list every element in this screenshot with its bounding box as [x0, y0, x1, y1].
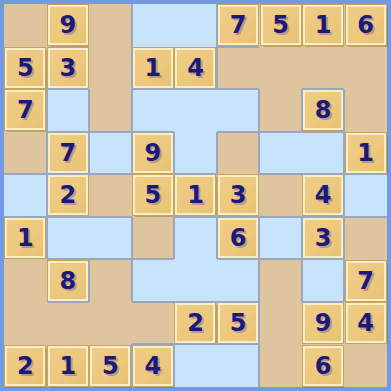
- number-tile-1[interactable]: 1: [303, 5, 343, 45]
- tile-digit: 6: [230, 226, 247, 250]
- cell-r2c3[interactable]: [132, 89, 175, 132]
- cell-r8c1[interactable]: 1: [47, 344, 90, 387]
- cell-r8c2[interactable]: 5: [89, 344, 132, 387]
- cell-r6c0[interactable]: [4, 259, 47, 302]
- number-tile-1[interactable]: 1: [133, 48, 173, 88]
- number-tile-7[interactable]: 7: [218, 5, 258, 45]
- cell-r3c2[interactable]: [89, 132, 132, 175]
- cell-r1c1[interactable]: 3: [47, 47, 90, 90]
- cell-r2c6[interactable]: [259, 89, 302, 132]
- cell-r0c4[interactable]: [174, 4, 217, 47]
- number-tile-5[interactable]: 5: [218, 303, 258, 343]
- cell-r5c0[interactable]: 1: [4, 217, 47, 260]
- cell-r0c5[interactable]: 7: [217, 4, 260, 47]
- tile-digit: 9: [59, 13, 76, 37]
- cell-r6c4[interactable]: [174, 259, 217, 302]
- tile-digit: 5: [145, 183, 162, 207]
- tile-digit: 7: [59, 141, 76, 165]
- cell-r2c2[interactable]: [89, 89, 132, 132]
- cell-r7c0[interactable]: [4, 302, 47, 345]
- cell-r0c0[interactable]: [4, 4, 47, 47]
- tile-digit: 1: [59, 354, 76, 378]
- cell-r2c0[interactable]: 7: [4, 89, 47, 132]
- number-tile-2[interactable]: 2: [5, 346, 45, 386]
- number-tile-4[interactable]: 4: [175, 48, 215, 88]
- number-tile-1[interactable]: 1: [346, 133, 386, 173]
- cell-r7c2[interactable]: [89, 302, 132, 345]
- cell-r4c7[interactable]: 4: [302, 174, 345, 217]
- cell-r5c3[interactable]: [132, 217, 175, 260]
- tile-digit: 6: [315, 354, 332, 378]
- number-tile-5[interactable]: 5: [261, 5, 301, 45]
- cell-r1c2[interactable]: [89, 47, 132, 90]
- cell-r1c8[interactable]: [344, 47, 387, 90]
- number-tile-1[interactable]: 1: [5, 218, 45, 258]
- tile-digit: 1: [315, 13, 332, 37]
- cell-r1c6[interactable]: [259, 47, 302, 90]
- cell-r0c2[interactable]: [89, 4, 132, 47]
- tile-digit: 5: [102, 354, 119, 378]
- number-tile-4[interactable]: 4: [133, 346, 173, 386]
- cell-r4c0[interactable]: [4, 174, 47, 217]
- tile-digit: 2: [17, 354, 34, 378]
- cell-r4c8[interactable]: [344, 174, 387, 217]
- cell-r7c7[interactable]: 9: [302, 302, 345, 345]
- tile-digit: 7: [230, 13, 247, 37]
- tile-digit: 7: [17, 98, 34, 122]
- cell-r4c2[interactable]: [89, 174, 132, 217]
- tile-digit: 3: [59, 56, 76, 80]
- tile-digit: 5: [230, 311, 247, 335]
- cell-r5c5[interactable]: 6: [217, 217, 260, 260]
- tile-digit: 8: [59, 269, 76, 293]
- number-tile-8[interactable]: 8: [48, 261, 88, 301]
- cell-r5c2[interactable]: [89, 217, 132, 260]
- tile-digit: 1: [187, 183, 204, 207]
- cell-r0c7[interactable]: 1: [302, 4, 345, 47]
- number-tile-2[interactable]: 2: [175, 303, 215, 343]
- number-tile-3[interactable]: 3: [218, 175, 258, 215]
- number-tile-5[interactable]: 5: [90, 346, 130, 386]
- number-tile-3[interactable]: 3: [48, 48, 88, 88]
- tile-digit: 9: [145, 141, 162, 165]
- cell-r6c6[interactable]: [259, 259, 302, 302]
- cell-r0c3[interactable]: [132, 4, 175, 47]
- cell-r8c0[interactable]: 2: [4, 344, 47, 387]
- cell-r4c5[interactable]: 3: [217, 174, 260, 217]
- cell-r6c8[interactable]: 7: [344, 259, 387, 302]
- tile-digit: 9: [315, 311, 332, 335]
- cell-r7c8[interactable]: 4: [344, 302, 387, 345]
- number-tile-5[interactable]: 5: [5, 48, 45, 88]
- cell-r0c1[interactable]: 9: [47, 4, 90, 47]
- number-tile-7[interactable]: 7: [48, 133, 88, 173]
- number-tile-3[interactable]: 3: [303, 218, 343, 258]
- cell-r7c6[interactable]: [259, 302, 302, 345]
- cell-r7c1[interactable]: [47, 302, 90, 345]
- cell-r2c7[interactable]: 8: [302, 89, 345, 132]
- cell-r4c4[interactable]: 1: [174, 174, 217, 217]
- cell-r5c4[interactable]: [174, 217, 217, 260]
- cell-r8c4[interactable]: [174, 344, 217, 387]
- cell-r2c1[interactable]: [47, 89, 90, 132]
- number-tile-4[interactable]: 4: [303, 175, 343, 215]
- cell-r4c3[interactable]: 5: [132, 174, 175, 217]
- number-tile-1[interactable]: 1: [48, 346, 88, 386]
- number-tile-1[interactable]: 1: [175, 175, 215, 215]
- cell-r8c3[interactable]: 4: [132, 344, 175, 387]
- number-tile-6[interactable]: 6: [303, 346, 343, 386]
- cell-r3c5[interactable]: [217, 132, 260, 175]
- tile-digit: 2: [59, 183, 76, 207]
- tile-digit: 1: [17, 226, 34, 250]
- number-tile-2[interactable]: 2: [48, 175, 88, 215]
- tile-digit: 3: [230, 183, 247, 207]
- puzzle-board: 975165314787912513416387259421546: [4, 4, 387, 387]
- cell-r7c5[interactable]: 5: [217, 302, 260, 345]
- tile-digit: 5: [272, 13, 289, 37]
- number-tile-9[interactable]: 9: [303, 303, 343, 343]
- tile-digit: 8: [315, 98, 332, 122]
- tile-digit: 4: [315, 183, 332, 207]
- tile-digit: 1: [357, 141, 374, 165]
- cell-r3c1[interactable]: 7: [47, 132, 90, 175]
- cell-r6c2[interactable]: [89, 259, 132, 302]
- number-tile-5[interactable]: 5: [133, 175, 173, 215]
- cell-r0c6[interactable]: 5: [259, 4, 302, 47]
- cell-r2c8[interactable]: [344, 89, 387, 132]
- number-tile-6[interactable]: 6: [218, 218, 258, 258]
- cell-r7c3[interactable]: [132, 302, 175, 345]
- tile-digit: 1: [145, 56, 162, 80]
- cell-r6c1[interactable]: 8: [47, 259, 90, 302]
- number-tile-9[interactable]: 9: [48, 5, 88, 45]
- number-tile-6[interactable]: 6: [346, 5, 386, 45]
- puzzle-window: 975165314787912513416387259421546: [0, 0, 391, 391]
- cell-r8c6[interactable]: [259, 344, 302, 387]
- cell-r8c5[interactable]: [217, 344, 260, 387]
- cell-r5c6[interactable]: [259, 217, 302, 260]
- cell-r5c1[interactable]: [47, 217, 90, 260]
- cell-r6c5[interactable]: [217, 259, 260, 302]
- cell-r8c7[interactable]: 6: [302, 344, 345, 387]
- cell-r5c7[interactable]: 3: [302, 217, 345, 260]
- cell-r4c6[interactable]: [259, 174, 302, 217]
- cell-r3c4[interactable]: [174, 132, 217, 175]
- tile-digit: 4: [145, 354, 162, 378]
- cell-r1c4[interactable]: 4: [174, 47, 217, 90]
- tile-digit: 7: [357, 269, 374, 293]
- cell-r3c6[interactable]: [259, 132, 302, 175]
- cell-r1c3[interactable]: 1: [132, 47, 175, 90]
- tile-digit: 6: [357, 13, 374, 37]
- cell-r6c7[interactable]: [302, 259, 345, 302]
- number-tile-9[interactable]: 9: [133, 133, 173, 173]
- tile-digit: 4: [187, 56, 204, 80]
- cell-r2c4[interactable]: [174, 89, 217, 132]
- cell-r3c3[interactable]: 9: [132, 132, 175, 175]
- tile-digit: 3: [315, 226, 332, 250]
- cell-r2c5[interactable]: [217, 89, 260, 132]
- tile-digit: 5: [17, 56, 34, 80]
- cell-r5c8[interactable]: [344, 217, 387, 260]
- tile-digit: 4: [357, 311, 374, 335]
- number-tile-7[interactable]: 7: [346, 261, 386, 301]
- cell-r3c8[interactable]: 1: [344, 132, 387, 175]
- cell-r4c1[interactable]: 2: [47, 174, 90, 217]
- number-tile-4[interactable]: 4: [346, 303, 386, 343]
- cell-r1c7[interactable]: [302, 47, 345, 90]
- cell-r7c4[interactable]: 2: [174, 302, 217, 345]
- cell-r3c0[interactable]: [4, 132, 47, 175]
- number-tile-7[interactable]: 7: [5, 90, 45, 130]
- cell-r3c7[interactable]: [302, 132, 345, 175]
- cell-r1c0[interactable]: 5: [4, 47, 47, 90]
- tile-digit: 2: [187, 311, 204, 335]
- cell-r1c5[interactable]: [217, 47, 260, 90]
- cell-r6c3[interactable]: [132, 259, 175, 302]
- number-tile-8[interactable]: 8: [303, 90, 343, 130]
- cell-r8c8[interactable]: [344, 344, 387, 387]
- cell-r0c8[interactable]: 6: [344, 4, 387, 47]
